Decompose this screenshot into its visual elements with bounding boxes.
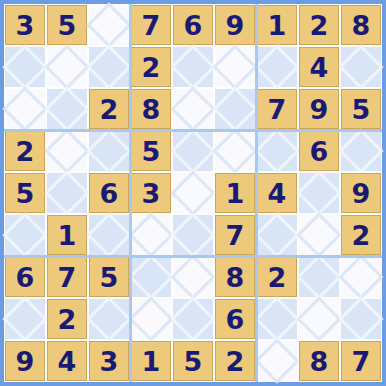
cell-r4c8: 6	[298, 130, 340, 172]
cell-r8c5[interactable]	[172, 298, 214, 340]
cell-r8c2: 2	[46, 298, 88, 340]
cell-r5c3: 6	[88, 172, 130, 214]
cell-r7c8[interactable]	[298, 256, 340, 298]
diamond-icon	[338, 128, 383, 173]
cell-r6c9: 2	[340, 214, 382, 256]
cell-r9c8: 8	[298, 340, 340, 382]
cell-r2c5[interactable]	[172, 46, 214, 88]
diamond-icon	[2, 212, 47, 257]
cell-r5c1: 5	[4, 172, 46, 214]
cell-r4c6[interactable]	[214, 130, 256, 172]
diamond-icon	[254, 296, 299, 341]
cell-r5c9: 9	[340, 172, 382, 214]
diamond-icon	[254, 212, 299, 257]
diamond-icon	[170, 128, 215, 173]
cell-r2c1[interactable]	[4, 46, 46, 88]
diamond-icon	[44, 128, 89, 173]
diamond-icon	[128, 254, 173, 299]
cell-r9c6: 2	[214, 340, 256, 382]
cell-r8c7[interactable]	[256, 298, 298, 340]
cell-r7c6: 8	[214, 256, 256, 298]
diamond-icon	[128, 212, 173, 257]
cell-r7c1: 6	[4, 256, 46, 298]
cell-r2c6[interactable]	[214, 46, 256, 88]
cell-r8c3[interactable]	[88, 298, 130, 340]
cell-r5c2[interactable]	[46, 172, 88, 214]
cell-r6c1[interactable]	[4, 214, 46, 256]
diamond-icon	[44, 170, 89, 215]
cell-r8c6: 6	[214, 298, 256, 340]
diamond-icon	[254, 44, 299, 89]
cell-r8c9[interactable]	[340, 298, 382, 340]
cell-r1c2: 5	[46, 4, 88, 46]
cell-r7c4[interactable]	[130, 256, 172, 298]
cell-r1c8: 2	[298, 4, 340, 46]
sudoku-board: 3576912824287952565631491726758226943152…	[0, 0, 386, 386]
cell-r5c4: 3	[130, 172, 172, 214]
cell-r6c3[interactable]	[88, 214, 130, 256]
cell-r2c3[interactable]	[88, 46, 130, 88]
cell-r6c6: 7	[214, 214, 256, 256]
diamond-icon	[170, 254, 215, 299]
cell-r8c8[interactable]	[298, 298, 340, 340]
cell-r3c6[interactable]	[214, 88, 256, 130]
cell-r3c9: 5	[340, 88, 382, 130]
cell-r4c1: 2	[4, 130, 46, 172]
cell-r2c7[interactable]	[256, 46, 298, 88]
diamond-icon	[296, 170, 341, 215]
cell-r4c7[interactable]	[256, 130, 298, 172]
cell-r2c8: 4	[298, 46, 340, 88]
cell-r8c1[interactable]	[4, 298, 46, 340]
diamond-icon	[2, 296, 47, 341]
cell-r5c8[interactable]	[298, 172, 340, 214]
diamond-icon	[44, 86, 89, 131]
cell-r5c5[interactable]	[172, 172, 214, 214]
cell-r7c5[interactable]	[172, 256, 214, 298]
diamond-icon	[254, 128, 299, 173]
cell-r3c7: 7	[256, 88, 298, 130]
diamond-icon	[212, 44, 257, 89]
cell-r6c8[interactable]	[298, 214, 340, 256]
cell-r1c3[interactable]	[88, 4, 130, 46]
cell-r4c9[interactable]	[340, 130, 382, 172]
diamond-icon	[128, 296, 173, 341]
cell-r1c9: 8	[340, 4, 382, 46]
cell-r2c4: 2	[130, 46, 172, 88]
cell-r9c4: 1	[130, 340, 172, 382]
cell-r2c2[interactable]	[46, 46, 88, 88]
cell-r9c1: 9	[4, 340, 46, 382]
cell-r3c5[interactable]	[172, 88, 214, 130]
diamond-icon	[338, 254, 383, 299]
cell-r1c6: 9	[214, 4, 256, 46]
diamond-icon	[86, 212, 131, 257]
diamond-icon	[296, 212, 341, 257]
diamond-icon	[212, 86, 257, 131]
cell-r8c4[interactable]	[130, 298, 172, 340]
cell-r9c9: 7	[340, 340, 382, 382]
cell-r9c2: 4	[46, 340, 88, 382]
cell-r4c2[interactable]	[46, 130, 88, 172]
cell-r7c9[interactable]	[340, 256, 382, 298]
cell-r4c3[interactable]	[88, 130, 130, 172]
diamond-icon	[2, 86, 47, 131]
cell-r5c6: 1	[214, 172, 256, 214]
cell-r3c2[interactable]	[46, 88, 88, 130]
cell-r1c4: 7	[130, 4, 172, 46]
cell-r6c5[interactable]	[172, 214, 214, 256]
diamond-icon	[170, 296, 215, 341]
cell-r4c4: 5	[130, 130, 172, 172]
diamond-icon	[86, 296, 131, 341]
cell-r3c4: 8	[130, 88, 172, 130]
diamond-icon	[86, 2, 131, 47]
diamond-icon	[170, 86, 215, 131]
cell-r1c1: 3	[4, 4, 46, 46]
cell-r3c8: 9	[298, 88, 340, 130]
diamond-icon	[170, 212, 215, 257]
cell-r7c3: 5	[88, 256, 130, 298]
cell-r6c2: 1	[46, 214, 88, 256]
diamond-icon	[44, 44, 89, 89]
diamond-icon	[338, 44, 383, 89]
cell-r3c3: 2	[88, 88, 130, 130]
sudoku-grid: 3576912824287952565631491726758226943152…	[4, 4, 382, 382]
cell-r6c7[interactable]	[256, 214, 298, 256]
diamond-icon	[212, 128, 257, 173]
diamond-icon	[338, 296, 383, 341]
cell-r9c5: 5	[172, 340, 214, 382]
cell-r7c2: 7	[46, 256, 88, 298]
cell-r3c1[interactable]	[4, 88, 46, 130]
cell-r1c7: 1	[256, 4, 298, 46]
diamond-icon	[2, 44, 47, 89]
diamond-icon	[170, 44, 215, 89]
diamond-icon	[296, 296, 341, 341]
diamond-icon	[170, 170, 215, 215]
cell-r9c7[interactable]	[256, 340, 298, 382]
cell-r9c3: 3	[88, 340, 130, 382]
cell-r7c7: 2	[256, 256, 298, 298]
cell-r4c5[interactable]	[172, 130, 214, 172]
cell-r5c7: 4	[256, 172, 298, 214]
cell-r1c5: 6	[172, 4, 214, 46]
diamond-icon	[86, 44, 131, 89]
diamond-icon	[296, 254, 341, 299]
cell-r6c4[interactable]	[130, 214, 172, 256]
diamond-icon	[254, 338, 299, 383]
diamond-icon	[86, 128, 131, 173]
cell-r2c9[interactable]	[340, 46, 382, 88]
